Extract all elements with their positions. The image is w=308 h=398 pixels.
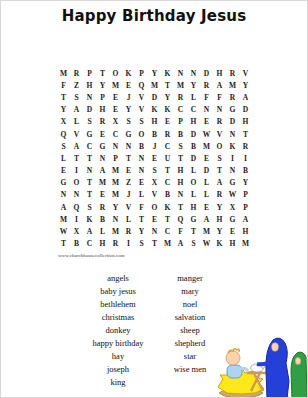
grid-cell: P bbox=[135, 67, 148, 79]
grid-cell: O bbox=[70, 177, 83, 189]
grid-cell: Y bbox=[109, 201, 122, 213]
grid-cell: O bbox=[148, 201, 161, 213]
grid-cell: D bbox=[200, 165, 213, 177]
grid-cell: L bbox=[57, 152, 70, 164]
page-title: Happy Birthday Jesus bbox=[1, 7, 307, 25]
word-list-item: mary bbox=[145, 285, 235, 298]
grid-cell: Y bbox=[57, 104, 70, 116]
grid-cell: R bbox=[226, 67, 239, 79]
grid-cell: A bbox=[213, 79, 226, 91]
grid-cell: V bbox=[70, 128, 83, 140]
grid-cell: A bbox=[70, 140, 83, 152]
grid-cell: I bbox=[122, 238, 135, 250]
grid-cell: I bbox=[226, 152, 239, 164]
grid-cell: B bbox=[70, 238, 83, 250]
grid-cell: M bbox=[57, 67, 70, 79]
grid-cell: B bbox=[135, 140, 148, 152]
grid-cell: D bbox=[187, 128, 200, 140]
grid-cell: T bbox=[148, 238, 161, 250]
grid-cell: Y bbox=[213, 201, 226, 213]
grid-cell: R bbox=[96, 116, 109, 128]
grid-cell: G bbox=[96, 140, 109, 152]
grid-cell: B bbox=[174, 128, 187, 140]
grid-cell: E bbox=[200, 116, 213, 128]
grid-cell: Q bbox=[174, 213, 187, 225]
grid-cell: R bbox=[161, 128, 174, 140]
grid-cell: F bbox=[135, 201, 148, 213]
grid-cell: R bbox=[96, 201, 109, 213]
grid-cell: L bbox=[122, 213, 135, 225]
grid-cell: R bbox=[226, 91, 239, 103]
grid-cell: P bbox=[239, 189, 252, 201]
grid-cell: H bbox=[96, 104, 109, 116]
grid-cell: W bbox=[200, 238, 213, 250]
grid-cell: L bbox=[70, 116, 83, 128]
grid-cell: V bbox=[239, 67, 252, 79]
grid-cell: E bbox=[96, 128, 109, 140]
grid-cell: Y bbox=[239, 79, 252, 91]
grid-cell: N bbox=[57, 189, 70, 201]
grid-cell: Y bbox=[135, 225, 148, 237]
grid-cell: E bbox=[200, 152, 213, 164]
grid-cell: L bbox=[187, 91, 200, 103]
grid-cell: S bbox=[174, 140, 187, 152]
grid-cell: N bbox=[200, 104, 213, 116]
grid-cell: C bbox=[161, 177, 174, 189]
green-figure-face bbox=[295, 357, 301, 364]
grid-cell: K bbox=[83, 213, 96, 225]
grid-cell: E bbox=[161, 116, 174, 128]
grid-cell: C bbox=[187, 104, 200, 116]
grid-cell: Y bbox=[96, 79, 109, 91]
grid-cell: J bbox=[122, 91, 135, 103]
grid-cell: T bbox=[57, 91, 70, 103]
grid-cell: G bbox=[122, 128, 135, 140]
grid-cell: Q bbox=[70, 201, 83, 213]
grid-cell: R bbox=[174, 91, 187, 103]
grid-cell: N bbox=[96, 152, 109, 164]
grid-cell: N bbox=[83, 165, 96, 177]
grid-cell: X bbox=[70, 225, 83, 237]
grid-cell: V bbox=[122, 201, 135, 213]
grid-cell: M bbox=[109, 165, 122, 177]
grid-cell: M bbox=[226, 79, 239, 91]
grid-cell: E bbox=[148, 213, 161, 225]
grid-cell: E bbox=[109, 91, 122, 103]
grid-cell: V bbox=[148, 189, 161, 201]
grid-cell: M bbox=[109, 79, 122, 91]
grid-cell: K bbox=[226, 140, 239, 152]
grid-cell: G bbox=[226, 213, 239, 225]
grid-cell: T bbox=[161, 165, 174, 177]
grid-cell: E bbox=[57, 165, 70, 177]
grid-cell: M bbox=[174, 79, 187, 91]
grid-cell: K bbox=[148, 104, 161, 116]
grid-cell: S bbox=[213, 152, 226, 164]
grid-cell: R bbox=[70, 67, 83, 79]
grid-cell: W bbox=[200, 128, 213, 140]
grid-cell: A bbox=[200, 213, 213, 225]
grid-cell: R bbox=[213, 189, 226, 201]
grid-cell: U bbox=[161, 152, 174, 164]
grid-cell: X bbox=[148, 177, 161, 189]
grid-cell: N bbox=[226, 165, 239, 177]
grid-cell: F bbox=[213, 91, 226, 103]
grid-cell: M bbox=[200, 140, 213, 152]
grid-cell: B bbox=[187, 140, 200, 152]
grid-cell: P bbox=[96, 91, 109, 103]
grid-cell: E bbox=[122, 165, 135, 177]
grid-cell: B bbox=[96, 213, 109, 225]
grid-cell: G bbox=[226, 104, 239, 116]
grid-cell: M bbox=[57, 213, 70, 225]
grid-cell: A bbox=[70, 104, 83, 116]
grid-cell: A bbox=[57, 201, 70, 213]
grid-cell: L bbox=[200, 189, 213, 201]
grid-cell: X bbox=[226, 201, 239, 213]
grid-cell: H bbox=[174, 165, 187, 177]
grid-cell: T bbox=[122, 152, 135, 164]
grid-cell: D bbox=[239, 104, 252, 116]
grid-cell: P bbox=[239, 201, 252, 213]
grid-cell: C bbox=[83, 140, 96, 152]
grid-cell: T bbox=[174, 201, 187, 213]
grid-cell: K bbox=[161, 201, 174, 213]
grid-cell: Z bbox=[70, 79, 83, 91]
grid-cell: L bbox=[187, 165, 200, 177]
grid-cell: A bbox=[213, 177, 226, 189]
grid-cell: M bbox=[239, 238, 252, 250]
grid-cell: M bbox=[96, 177, 109, 189]
grid-cell: H bbox=[239, 225, 252, 237]
grid-cell: Q bbox=[57, 128, 70, 140]
grid-cell: Y bbox=[148, 67, 161, 79]
grid-cell: M bbox=[161, 238, 174, 250]
grid-cell: G bbox=[226, 177, 239, 189]
grid-cell: E bbox=[122, 79, 135, 91]
grid-cell: J bbox=[148, 140, 161, 152]
grid-cell: P bbox=[83, 67, 96, 79]
grid-cell: R bbox=[200, 79, 213, 91]
grid-cell: N bbox=[135, 152, 148, 164]
grid-cell: Y bbox=[161, 91, 174, 103]
grid-cell: I bbox=[239, 152, 252, 164]
grid-cell: S bbox=[83, 201, 96, 213]
grid-cell: S bbox=[148, 165, 161, 177]
grid-cell: F bbox=[174, 225, 187, 237]
grid-cell: C bbox=[109, 128, 122, 140]
grid-cell: D bbox=[200, 67, 213, 79]
grid-cell: A bbox=[239, 213, 252, 225]
grid-cell: H bbox=[83, 79, 96, 91]
mary-arm bbox=[257, 363, 269, 364]
grid-cell: T bbox=[213, 165, 226, 177]
credit-url: www.churchhousecollection.com bbox=[58, 253, 125, 258]
grid-cell: N bbox=[187, 67, 200, 79]
grid-cell: Z bbox=[122, 177, 135, 189]
grid-cell: K bbox=[213, 238, 226, 250]
nativity-clipart bbox=[217, 331, 307, 398]
grid-cell: N bbox=[83, 91, 96, 103]
grid-cell: T bbox=[83, 152, 96, 164]
grid-cell: E bbox=[148, 152, 161, 164]
grid-cell: N bbox=[135, 165, 148, 177]
word-search-grid: MRPTOKPYKNNDHRVFZHYMEQMTMYRAMYTSNPEJVDYR… bbox=[57, 67, 252, 250]
grid-cell: S bbox=[135, 238, 148, 250]
grid-cell: F bbox=[57, 79, 70, 91]
grid-cell: W bbox=[57, 225, 70, 237]
grid-cell: S bbox=[187, 238, 200, 250]
grid-cell: H bbox=[226, 238, 239, 250]
grid-cell: Q bbox=[135, 79, 148, 91]
grid-cell: T bbox=[96, 67, 109, 79]
grid-cell: E bbox=[135, 177, 148, 189]
grid-cell: Y bbox=[239, 177, 252, 189]
grid-cell: T bbox=[83, 177, 96, 189]
grid-cell: T bbox=[83, 189, 96, 201]
grid-cell: O bbox=[109, 67, 122, 79]
mary-face bbox=[272, 343, 279, 351]
word-list-item: noel bbox=[145, 298, 235, 311]
grid-cell: B bbox=[239, 165, 252, 177]
grid-cell: N bbox=[109, 213, 122, 225]
grid-cell: N bbox=[148, 225, 161, 237]
grid-cell: M bbox=[148, 79, 161, 91]
grid-cell: I bbox=[70, 213, 83, 225]
grid-cell: L bbox=[187, 189, 200, 201]
grid-cell: L bbox=[135, 189, 148, 201]
grid-cell: C bbox=[174, 104, 187, 116]
grid-cell: E bbox=[96, 189, 109, 201]
word-list-item: manger bbox=[145, 272, 235, 285]
grid-cell: S bbox=[70, 91, 83, 103]
grid-cell: G bbox=[57, 177, 70, 189]
grid-cell: J bbox=[122, 189, 135, 201]
grid-cell: A bbox=[239, 91, 252, 103]
grid-cell: H bbox=[213, 67, 226, 79]
grid-cell: M bbox=[109, 189, 122, 201]
grid-cell: R bbox=[122, 225, 135, 237]
grid-cell: O bbox=[187, 177, 200, 189]
grid-cell: T bbox=[135, 213, 148, 225]
grid-cell: C bbox=[161, 140, 174, 152]
grid-cell: D bbox=[148, 91, 161, 103]
grid-cell: D bbox=[83, 104, 96, 116]
grid-cell: O bbox=[213, 140, 226, 152]
grid-cell: N bbox=[122, 140, 135, 152]
grid-cell: O bbox=[135, 128, 148, 140]
grid-cell: F bbox=[200, 91, 213, 103]
grid-cell: V bbox=[213, 128, 226, 140]
grid-cell: V bbox=[135, 104, 148, 116]
grid-cell: H bbox=[187, 116, 200, 128]
grid-cell: H bbox=[148, 116, 161, 128]
grid-cell: B bbox=[161, 189, 174, 201]
grid-cell: B bbox=[148, 128, 161, 140]
grid-cell: C bbox=[83, 238, 96, 250]
grid-cell: D bbox=[226, 116, 239, 128]
grid-cell: M bbox=[200, 225, 213, 237]
baby-head bbox=[226, 351, 240, 365]
grid-cell: P bbox=[109, 152, 122, 164]
grid-cell: G bbox=[187, 213, 200, 225]
grid-cell: G bbox=[83, 128, 96, 140]
grid-cell: T bbox=[187, 225, 200, 237]
grid-cell: W bbox=[226, 189, 239, 201]
grid-cell: R bbox=[213, 116, 226, 128]
grid-cell: Y bbox=[213, 225, 226, 237]
word-list-item: king bbox=[63, 375, 173, 388]
grid-cell: E bbox=[109, 104, 122, 116]
grid-cell: Y bbox=[187, 79, 200, 91]
grid-cell: I bbox=[70, 165, 83, 177]
grid-cell: A bbox=[83, 225, 96, 237]
grid-cell: C bbox=[161, 225, 174, 237]
grid-cell: R bbox=[239, 140, 252, 152]
grid-cell: H bbox=[213, 213, 226, 225]
baby-body bbox=[227, 365, 242, 378]
grid-cell: P bbox=[174, 116, 187, 128]
grid-cell: S bbox=[135, 116, 148, 128]
grid-cell: H bbox=[96, 238, 109, 250]
grid-cell: K bbox=[161, 67, 174, 79]
grid-cell: S bbox=[57, 140, 70, 152]
word-list-item: salvation bbox=[145, 311, 235, 324]
grid-cell: X bbox=[57, 116, 70, 128]
grid-cell: D bbox=[187, 152, 200, 164]
grid-cell: L bbox=[96, 225, 109, 237]
grid-cell: T bbox=[161, 79, 174, 91]
grid-cell: T bbox=[174, 152, 187, 164]
grid-cell: A bbox=[96, 165, 109, 177]
grid-cell: K bbox=[122, 67, 135, 79]
grid-cell: S bbox=[83, 116, 96, 128]
grid-cell: N bbox=[174, 189, 187, 201]
grid-cell: X bbox=[109, 116, 122, 128]
grid-cell: M bbox=[109, 177, 122, 189]
grid-cell: E bbox=[226, 225, 239, 237]
grid-cell: A bbox=[174, 238, 187, 250]
grid-cell: H bbox=[239, 116, 252, 128]
grid-cell: V bbox=[135, 91, 148, 103]
grid-cell: T bbox=[70, 152, 83, 164]
grid-cell: N bbox=[109, 140, 122, 152]
grid-cell: N bbox=[226, 128, 239, 140]
grid-cell: K bbox=[161, 104, 174, 116]
grid-cell: E bbox=[200, 201, 213, 213]
puzzle-page: Happy Birthday Jesus MRPTOKPYKNNDHRVFZHY… bbox=[0, 0, 308, 398]
grid-cell: S bbox=[122, 116, 135, 128]
grid-cell: M bbox=[109, 225, 122, 237]
grid-cell: H bbox=[174, 177, 187, 189]
grid-cell: H bbox=[187, 201, 200, 213]
grid-cell: T bbox=[57, 238, 70, 250]
grid-cell: R bbox=[109, 238, 122, 250]
grid-cell: N bbox=[70, 189, 83, 201]
grid-cell: L bbox=[200, 177, 213, 189]
grid-cell: T bbox=[239, 128, 252, 140]
grid-cell: T bbox=[161, 213, 174, 225]
grid-cell: N bbox=[174, 67, 187, 79]
grid-cell: Y bbox=[122, 104, 135, 116]
grid-cell: N bbox=[213, 104, 226, 116]
